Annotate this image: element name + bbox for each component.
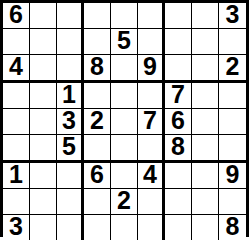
sudoku-cell-r6c3[interactable]: 5 xyxy=(57,135,84,163)
sudoku-cell-r1c1[interactable]: 6 xyxy=(3,3,30,29)
given-digit: 6 xyxy=(9,2,23,27)
sudoku-cell-r5c9[interactable] xyxy=(219,109,246,135)
given-digit: 8 xyxy=(171,134,185,159)
sudoku-cell-r5c1[interactable] xyxy=(3,109,30,135)
sudoku-cell-r7c6[interactable]: 4 xyxy=(138,163,165,189)
sudoku-cell-r5c8[interactable] xyxy=(192,109,219,135)
sudoku-cell-r6c8[interactable] xyxy=(192,135,219,163)
given-digit: 1 xyxy=(62,82,76,107)
given-digit: 8 xyxy=(90,54,104,79)
sudoku-cell-r4c8[interactable] xyxy=(192,83,219,109)
sudoku-cell-r4c1[interactable] xyxy=(3,83,30,109)
sudoku-cell-r8c6[interactable] xyxy=(138,189,165,215)
sudoku-cell-r8c3[interactable] xyxy=(57,189,84,215)
given-digit: 3 xyxy=(62,108,76,133)
sudoku-cell-r9c7[interactable] xyxy=(165,215,192,240)
sudoku-cell-r9c3[interactable] xyxy=(57,215,84,240)
sudoku-cell-r6c4[interactable] xyxy=(84,135,111,163)
given-digit: 9 xyxy=(143,54,157,79)
sudoku-cell-r5c2[interactable] xyxy=(30,109,57,135)
sudoku-board: 6354892173276581649238 xyxy=(0,0,249,237)
given-digit: 9 xyxy=(226,162,240,187)
sudoku-cell-r8c8[interactable] xyxy=(192,189,219,215)
sudoku-cell-r3c9[interactable]: 2 xyxy=(219,55,246,83)
sudoku-cell-r1c4[interactable] xyxy=(84,3,111,29)
given-digit: 6 xyxy=(90,162,104,187)
sudoku-cell-r7c7[interactable] xyxy=(165,163,192,189)
sudoku-cell-r4c5[interactable] xyxy=(111,83,138,109)
sudoku-cell-r3c1[interactable]: 4 xyxy=(3,55,30,83)
sudoku-cell-r8c5[interactable]: 2 xyxy=(111,189,138,215)
sudoku-cell-r1c2[interactable] xyxy=(30,3,57,29)
sudoku-cell-r8c7[interactable] xyxy=(165,189,192,215)
sudoku-cell-r5c4[interactable]: 2 xyxy=(84,109,111,135)
sudoku-cell-r9c9[interactable]: 8 xyxy=(219,215,246,240)
sudoku-cell-r7c2[interactable] xyxy=(30,163,57,189)
sudoku-cell-r6c5[interactable] xyxy=(111,135,138,163)
sudoku-cell-r7c8[interactable] xyxy=(192,163,219,189)
sudoku-cell-r9c6[interactable] xyxy=(138,215,165,240)
sudoku-cell-r1c8[interactable] xyxy=(192,3,219,29)
sudoku-cell-r9c1[interactable]: 3 xyxy=(3,215,30,240)
given-digit: 3 xyxy=(9,214,23,239)
given-digit: 4 xyxy=(9,54,23,79)
given-digit: 2 xyxy=(90,108,104,133)
sudoku-cell-r3c3[interactable] xyxy=(57,55,84,83)
sudoku-cell-r7c4[interactable]: 6 xyxy=(84,163,111,189)
sudoku-cell-r3c6[interactable]: 9 xyxy=(138,55,165,83)
sudoku-cell-r9c8[interactable] xyxy=(192,215,219,240)
sudoku-cell-r6c9[interactable] xyxy=(219,135,246,163)
given-digit: 2 xyxy=(226,54,240,79)
sudoku-cell-r9c4[interactable] xyxy=(84,215,111,240)
sudoku-cell-r6c7[interactable]: 8 xyxy=(165,135,192,163)
sudoku-cell-r1c7[interactable] xyxy=(165,3,192,29)
sudoku-cell-r6c6[interactable] xyxy=(138,135,165,163)
sudoku-cell-r6c2[interactable] xyxy=(30,135,57,163)
sudoku-cell-r6c1[interactable] xyxy=(3,135,30,163)
sudoku-cell-r3c4[interactable]: 8 xyxy=(84,55,111,83)
sudoku-cell-r5c6[interactable]: 7 xyxy=(138,109,165,135)
given-digit: 5 xyxy=(117,28,131,53)
given-digit: 2 xyxy=(117,188,131,213)
given-digit: 6 xyxy=(171,108,185,133)
sudoku-cell-r3c7[interactable] xyxy=(165,55,192,83)
given-digit: 3 xyxy=(226,2,240,27)
sudoku-cell-r7c9[interactable]: 9 xyxy=(219,163,246,189)
sudoku-cell-r8c4[interactable] xyxy=(84,189,111,215)
sudoku-cell-r4c2[interactable] xyxy=(30,83,57,109)
sudoku-cell-r2c8[interactable] xyxy=(192,29,219,55)
given-digit: 1 xyxy=(9,162,23,187)
sudoku-cell-r3c8[interactable] xyxy=(192,55,219,83)
sudoku-cell-r1c3[interactable] xyxy=(57,3,84,29)
sudoku-cell-r7c1[interactable]: 1 xyxy=(3,163,30,189)
sudoku-cell-r2c7[interactable] xyxy=(165,29,192,55)
sudoku-cell-r3c2[interactable] xyxy=(30,55,57,83)
sudoku-cell-r2c2[interactable] xyxy=(30,29,57,55)
sudoku-cell-r1c6[interactable] xyxy=(138,3,165,29)
sudoku-cell-r3c5[interactable] xyxy=(111,55,138,83)
given-digit: 4 xyxy=(143,162,157,187)
sudoku-cell-r9c2[interactable] xyxy=(30,215,57,240)
sudoku-cell-r1c9[interactable]: 3 xyxy=(219,3,246,29)
given-digit: 5 xyxy=(62,134,76,159)
sudoku-cell-r4c9[interactable] xyxy=(219,83,246,109)
sudoku-cell-r5c5[interactable] xyxy=(111,109,138,135)
sudoku-cell-r9c5[interactable] xyxy=(111,215,138,240)
sudoku-cell-r2c3[interactable] xyxy=(57,29,84,55)
sudoku-cell-r7c3[interactable] xyxy=(57,163,84,189)
given-digit: 7 xyxy=(171,82,185,107)
sudoku-cell-r8c2[interactable] xyxy=(30,189,57,215)
given-digit: 7 xyxy=(143,108,157,133)
sudoku-cell-r2c5[interactable]: 5 xyxy=(111,29,138,55)
given-digit: 8 xyxy=(226,214,240,239)
